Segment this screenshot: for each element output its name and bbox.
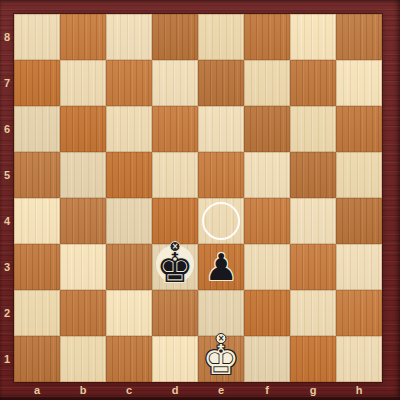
square-a6[interactable] — [14, 106, 60, 152]
square-a4[interactable] — [14, 198, 60, 244]
square-c6[interactable] — [106, 106, 152, 152]
square-c3[interactable] — [106, 244, 152, 290]
square-a2[interactable] — [14, 290, 60, 336]
square-c8[interactable] — [106, 14, 152, 60]
square-c4[interactable] — [106, 198, 152, 244]
square-f4[interactable] — [244, 198, 290, 244]
file-label-c: c — [106, 382, 152, 400]
square-d7[interactable] — [152, 60, 198, 106]
king-cross-finial-icon: × — [216, 333, 227, 344]
piece-black-king-d3[interactable]: ♚× — [152, 244, 198, 290]
rank-labels: 87654321 — [0, 14, 14, 382]
square-e2[interactable] — [198, 290, 244, 336]
square-h7[interactable] — [336, 60, 382, 106]
square-a7[interactable] — [14, 60, 60, 106]
square-g5[interactable] — [290, 152, 336, 198]
piece-black-pawn-e3[interactable]: ♟ — [198, 244, 244, 290]
square-c1[interactable] — [106, 336, 152, 382]
square-b4[interactable] — [60, 198, 106, 244]
square-g2[interactable] — [290, 290, 336, 336]
file-label-d: d — [152, 382, 198, 400]
rank-label-2: 2 — [0, 290, 14, 336]
square-a8[interactable] — [14, 14, 60, 60]
rank-label-8: 8 — [0, 14, 14, 60]
square-h3[interactable] — [336, 244, 382, 290]
square-h8[interactable] — [336, 14, 382, 60]
square-g3[interactable] — [290, 244, 336, 290]
chess-board: ♚×♟♚× — [14, 14, 382, 382]
rank-label-1: 1 — [0, 336, 14, 382]
square-d8[interactable] — [152, 14, 198, 60]
square-b7[interactable] — [60, 60, 106, 106]
square-h1[interactable] — [336, 336, 382, 382]
chess-app-screenshot: ♚×♟♚× 87654321 abcdefgh — [0, 0, 400, 400]
square-g8[interactable] — [290, 14, 336, 60]
rank-label-4: 4 — [0, 198, 14, 244]
square-g4[interactable] — [290, 198, 336, 244]
king-cross-finial-icon: × — [170, 241, 181, 252]
square-e8[interactable] — [198, 14, 244, 60]
square-f8[interactable] — [244, 14, 290, 60]
file-label-a: a — [14, 382, 60, 400]
square-h6[interactable] — [336, 106, 382, 152]
square-e4[interactable] — [198, 198, 244, 244]
square-h5[interactable] — [336, 152, 382, 198]
square-f7[interactable] — [244, 60, 290, 106]
square-b1[interactable] — [60, 336, 106, 382]
square-f2[interactable] — [244, 290, 290, 336]
file-label-h: h — [336, 382, 382, 400]
square-f3[interactable] — [244, 244, 290, 290]
rank-label-7: 7 — [0, 60, 14, 106]
file-label-e: e — [198, 382, 244, 400]
rank-label-3: 3 — [0, 244, 14, 290]
square-a1[interactable] — [14, 336, 60, 382]
square-b6[interactable] — [60, 106, 106, 152]
square-d1[interactable] — [152, 336, 198, 382]
rank-label-6: 6 — [0, 106, 14, 152]
file-label-f: f — [244, 382, 290, 400]
file-label-g: g — [290, 382, 336, 400]
square-a5[interactable] — [14, 152, 60, 198]
rank-label-5: 5 — [0, 152, 14, 198]
square-f6[interactable] — [244, 106, 290, 152]
square-f1[interactable] — [244, 336, 290, 382]
file-labels: abcdefgh — [14, 382, 382, 400]
black-pawn-icon: ♟ — [198, 244, 244, 292]
square-b2[interactable] — [60, 290, 106, 336]
square-h2[interactable] — [336, 290, 382, 336]
square-a3[interactable] — [14, 244, 60, 290]
square-e5[interactable] — [198, 152, 244, 198]
square-d5[interactable] — [152, 152, 198, 198]
square-b8[interactable] — [60, 14, 106, 60]
square-c7[interactable] — [106, 60, 152, 106]
square-e6[interactable] — [198, 106, 244, 152]
square-b3[interactable] — [60, 244, 106, 290]
square-f5[interactable] — [244, 152, 290, 198]
square-d4[interactable] — [152, 198, 198, 244]
piece-white-king-e1[interactable]: ♚× — [198, 336, 244, 382]
square-g7[interactable] — [290, 60, 336, 106]
square-d2[interactable] — [152, 290, 198, 336]
square-g6[interactable] — [290, 106, 336, 152]
square-c5[interactable] — [106, 152, 152, 198]
square-d6[interactable] — [152, 106, 198, 152]
square-c2[interactable] — [106, 290, 152, 336]
square-g1[interactable] — [290, 336, 336, 382]
square-h4[interactable] — [336, 198, 382, 244]
file-label-b: b — [60, 382, 106, 400]
square-b5[interactable] — [60, 152, 106, 198]
square-e7[interactable] — [198, 60, 244, 106]
